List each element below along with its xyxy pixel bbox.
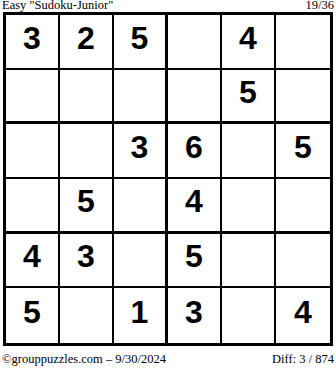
footer: ©grouppuzzles.com – 9/30/2024 Diff: 3 / … bbox=[2, 352, 334, 367]
cell-r2c6-empty[interactable] bbox=[276, 70, 330, 125]
cell-r2c5-given[interactable]: 5 bbox=[222, 70, 276, 125]
cell-r3c5-empty[interactable] bbox=[222, 124, 276, 179]
cell-r6c5-empty[interactable] bbox=[222, 288, 276, 343]
cell-r6c3-given[interactable]: 1 bbox=[114, 288, 168, 343]
puzzle-title: Easy "Sudoku-Junior" bbox=[2, 0, 113, 12]
sudoku-board: 32545365544355134 bbox=[3, 12, 333, 346]
cell-r2c1-empty[interactable] bbox=[6, 70, 60, 125]
cell-r5c2-given[interactable]: 3 bbox=[60, 234, 114, 289]
cell-r4c1-empty[interactable] bbox=[6, 179, 60, 234]
cell-r1c6-empty[interactable] bbox=[276, 15, 330, 70]
cell-r2c4-empty[interactable] bbox=[168, 70, 222, 125]
cell-r4c4-given[interactable]: 4 bbox=[168, 179, 222, 234]
cell-r1c3-given[interactable]: 5 bbox=[114, 15, 168, 70]
cell-r5c6-empty[interactable] bbox=[276, 234, 330, 289]
cell-r4c3-empty[interactable] bbox=[114, 179, 168, 234]
givens-count: 19/36 bbox=[306, 0, 334, 12]
cell-r6c4-given[interactable]: 3 bbox=[168, 288, 222, 343]
cell-r3c6-given[interactable]: 5 bbox=[276, 124, 330, 179]
cell-r6c1-given[interactable]: 5 bbox=[6, 288, 60, 343]
cell-r3c4-given[interactable]: 6 bbox=[168, 124, 222, 179]
cell-r5c1-given[interactable]: 4 bbox=[6, 234, 60, 289]
cell-r4c5-empty[interactable] bbox=[222, 179, 276, 234]
cell-r1c2-given[interactable]: 2 bbox=[60, 15, 114, 70]
cell-r4c6-empty[interactable] bbox=[276, 179, 330, 234]
cell-r2c3-empty[interactable] bbox=[114, 70, 168, 125]
cell-r5c5-empty[interactable] bbox=[222, 234, 276, 289]
cell-r3c2-empty[interactable] bbox=[60, 124, 114, 179]
cell-r5c3-empty[interactable] bbox=[114, 234, 168, 289]
header: Easy "Sudoku-Junior" 19/36 bbox=[2, 0, 334, 12]
cell-r5c4-given[interactable]: 5 bbox=[168, 234, 222, 289]
cell-r1c1-given[interactable]: 3 bbox=[6, 15, 60, 70]
cell-r6c2-empty[interactable] bbox=[60, 288, 114, 343]
cell-r2c2-empty[interactable] bbox=[60, 70, 114, 125]
cell-r1c4-empty[interactable] bbox=[168, 15, 222, 70]
cell-r3c1-empty[interactable] bbox=[6, 124, 60, 179]
cell-r3c3-given[interactable]: 3 bbox=[114, 124, 168, 179]
puzzle-page: Easy "Sudoku-Junior" 19/36 3254536554435… bbox=[0, 0, 336, 370]
difficulty-text: Diff: 3 / 874 bbox=[272, 352, 334, 367]
cell-r4c2-given[interactable]: 5 bbox=[60, 179, 114, 234]
cell-r1c5-given[interactable]: 4 bbox=[222, 15, 276, 70]
cell-r6c6-given[interactable]: 4 bbox=[276, 288, 330, 343]
copyright-text: ©grouppuzzles.com – 9/30/2024 bbox=[2, 352, 166, 367]
